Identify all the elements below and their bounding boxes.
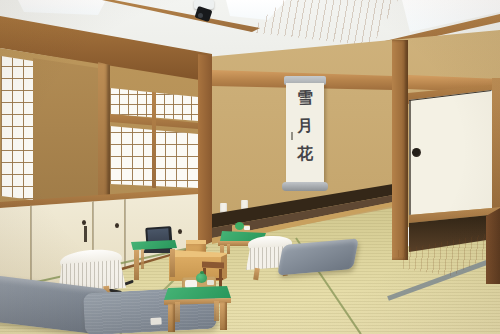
wall-panel-tan [33,56,98,204]
table-leg [220,302,227,330]
alcove-post [392,40,408,260]
zaisu-leg [253,268,260,281]
fusuma-pull [115,223,119,228]
fusuma-pull [82,220,86,225]
shoji-mullion [152,92,156,188]
shoji-window-far-left [1,54,33,200]
tea-table-front [160,270,236,334]
table-leg [214,301,219,321]
scroll-character-3: 花 [280,145,331,163]
table-leg [175,302,180,322]
closet-door-pull [412,148,421,157]
closet-frame-right [492,78,500,222]
table-leg [141,249,144,269]
teapot-lid [200,271,204,274]
zabuton-right [278,238,360,284]
alcove-edge-post [486,208,500,284]
table-leg [134,250,139,280]
scroll-bottom-roller [282,182,328,191]
hanging-scroll: 雪 月 花 [280,74,330,198]
corner-post [198,54,212,254]
zabuton-pad [277,238,359,275]
table-leg [168,304,175,332]
broadcast-camera [190,0,220,28]
teapot-green [196,273,207,283]
closet-door-edge-left [409,100,411,215]
scroll-signature-mark [291,132,293,140]
teapot-green [235,222,244,230]
scroll-character-1: 雪 [280,89,331,107]
room-photo: 雪 月 花 [0,0,500,334]
camera-lens [198,13,203,18]
tea-dish [207,280,214,285]
closet-door [408,88,492,218]
scroll-character-2: 月 [280,117,331,135]
tea-cloth [185,280,197,288]
fusuma-gap-shadow [84,226,87,242]
